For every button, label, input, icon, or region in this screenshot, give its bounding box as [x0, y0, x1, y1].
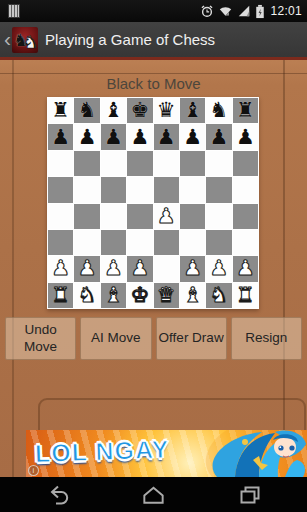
square-e7[interactable]: ♟	[154, 124, 179, 149]
white-pawn: ♟	[78, 258, 97, 279]
square-h1[interactable]: ♜	[233, 283, 258, 308]
white-knight: ♞	[78, 285, 97, 306]
black-rook: ♜	[236, 100, 255, 121]
square-e8[interactable]: ♛	[154, 98, 179, 123]
square-a6[interactable]	[48, 151, 73, 176]
square-d5[interactable]	[127, 177, 152, 202]
wifi-icon	[218, 4, 233, 18]
square-c8[interactable]: ♝	[101, 98, 126, 123]
square-f1[interactable]: ♝	[180, 283, 205, 308]
square-g7[interactable]: ♟	[206, 124, 231, 149]
ad-anime-character	[157, 430, 307, 477]
turn-indicator: Black to Move	[0, 73, 307, 94]
square-c1[interactable]: ♝	[101, 283, 126, 308]
white-bishop: ♝	[104, 285, 123, 306]
white-queen: ♛	[157, 285, 176, 306]
square-h3[interactable]	[233, 230, 258, 255]
ad-headline: LOL NGAY	[35, 435, 170, 469]
square-b5[interactable]	[74, 177, 99, 202]
ad-info-icon[interactable]: i	[28, 465, 39, 476]
square-b6[interactable]	[74, 151, 99, 176]
square-b3[interactable]	[74, 230, 99, 255]
black-knight: ♞	[210, 100, 229, 121]
nav-home-button[interactable]	[140, 483, 167, 507]
square-h7[interactable]: ♟	[233, 124, 258, 149]
square-f5[interactable]	[180, 177, 205, 202]
black-rook: ♜	[51, 100, 70, 121]
white-pawn: ♟	[51, 258, 70, 279]
resign-button[interactable]: Resign	[231, 317, 302, 360]
square-g6[interactable]	[206, 151, 231, 176]
android-nav-bar	[0, 477, 307, 512]
black-pawn: ♟	[130, 127, 149, 148]
square-g1[interactable]: ♞	[206, 283, 231, 308]
square-a4[interactable]	[48, 204, 73, 229]
alarm-icon	[200, 4, 214, 18]
square-b7[interactable]: ♟	[74, 124, 99, 149]
square-a5[interactable]	[48, 177, 73, 202]
nav-recents-button[interactable]	[236, 483, 263, 507]
nav-back-button[interactable]	[44, 483, 71, 507]
square-d6[interactable]	[127, 151, 152, 176]
white-pawn: ♟	[236, 258, 255, 279]
app-title: Playing a Game of Chess	[45, 31, 215, 48]
black-pawn: ♟	[210, 127, 229, 148]
square-d7[interactable]: ♟	[127, 124, 152, 149]
screenshot-notification-icon	[8, 4, 20, 18]
black-knight: ♞	[78, 100, 97, 121]
square-d1[interactable]: ♚	[127, 283, 152, 308]
black-king: ♚	[130, 100, 149, 121]
white-knight: ♞	[210, 285, 229, 306]
square-h2[interactable]: ♟	[233, 256, 258, 281]
square-f3[interactable]	[180, 230, 205, 255]
ai-move-button[interactable]: AI Move	[80, 317, 151, 360]
square-e1[interactable]: ♛	[154, 283, 179, 308]
square-b8[interactable]: ♞	[74, 98, 99, 123]
wood-seam	[12, 60, 14, 477]
square-d3[interactable]	[127, 230, 152, 255]
black-pawn: ♟	[157, 127, 176, 148]
square-c3[interactable]	[101, 230, 126, 255]
clock-time: 12:01	[270, 4, 302, 18]
square-g5[interactable]	[206, 177, 231, 202]
square-b2[interactable]: ♟	[74, 256, 99, 281]
white-king: ♚	[130, 285, 149, 306]
white-pawn: ♟	[183, 258, 202, 279]
status-bar: 12:01	[0, 0, 307, 22]
black-pawn: ♟	[236, 127, 255, 148]
black-pawn: ♟	[183, 127, 202, 148]
square-a2[interactable]: ♟	[48, 256, 73, 281]
black-queen: ♛	[157, 100, 176, 121]
black-bishop: ♝	[183, 100, 202, 121]
square-h5[interactable]	[233, 177, 258, 202]
square-g8[interactable]: ♞	[206, 98, 231, 123]
square-d8[interactable]: ♚	[127, 98, 152, 123]
chess-board[interactable]: ♜♞♝♚♛♝♞♜♟♟♟♟♟♟♟♟♟♟♟♟♟♟♟♟♜♞♝♚♛♝♞♜	[47, 97, 259, 309]
square-f4[interactable]	[180, 204, 205, 229]
square-a8[interactable]: ♜	[48, 98, 73, 123]
white-pawn: ♟	[104, 258, 123, 279]
square-h6[interactable]	[233, 151, 258, 176]
white-bishop: ♝	[183, 285, 202, 306]
square-h4[interactable]	[233, 204, 258, 229]
back-chevron-icon[interactable]: ‹	[4, 29, 11, 49]
battery-charging-icon	[255, 4, 265, 19]
square-a3[interactable]	[48, 230, 73, 255]
ad-banner[interactable]: LOL NGAY i	[26, 430, 307, 477]
black-pawn: ♟	[51, 127, 70, 148]
white-pawn: ♟	[130, 258, 149, 279]
square-c6[interactable]	[101, 151, 126, 176]
square-g4[interactable]	[206, 204, 231, 229]
square-f7[interactable]: ♟	[180, 124, 205, 149]
action-button-row: Undo Move AI Move Offer Draw Resign	[5, 317, 302, 360]
white-pawn: ♟	[157, 206, 176, 227]
undo-move-button[interactable]: Undo Move	[5, 317, 76, 360]
square-d4[interactable]	[127, 204, 152, 229]
square-c2[interactable]: ♟	[101, 256, 126, 281]
phone-screen: 12:01 ‹ ♞ ♞ Playing a Game of Chess Blac…	[0, 0, 307, 512]
white-rook: ♜	[51, 285, 70, 306]
square-e4[interactable]: ♟	[154, 204, 179, 229]
square-c5[interactable]	[101, 177, 126, 202]
game-area: Black to Move ♜♞♝♚♛♝♞♜♟♟♟♟♟♟♟♟♟♟♟♟♟♟♟♟♜♞…	[0, 60, 307, 477]
square-e6[interactable]	[154, 151, 179, 176]
square-f2[interactable]: ♟	[180, 256, 205, 281]
square-a1[interactable]: ♜	[48, 283, 73, 308]
signal-icon	[237, 4, 251, 18]
square-h8[interactable]: ♜	[233, 98, 258, 123]
square-e5[interactable]	[154, 177, 179, 202]
white-pawn: ♟	[210, 258, 229, 279]
square-b4[interactable]	[74, 204, 99, 229]
square-g3[interactable]	[206, 230, 231, 255]
offer-draw-button[interactable]: Offer Draw	[156, 317, 227, 360]
square-e2[interactable]	[154, 256, 179, 281]
square-g2[interactable]: ♟	[206, 256, 231, 281]
black-bishop: ♝	[104, 100, 123, 121]
white-knight-logo-glyph: ♞	[23, 32, 38, 52]
square-a7[interactable]: ♟	[48, 124, 73, 149]
square-b1[interactable]: ♞	[74, 283, 99, 308]
black-pawn: ♟	[104, 127, 123, 148]
app-bar: ‹ ♞ ♞ Playing a Game of Chess	[0, 22, 307, 57]
square-f6[interactable]	[180, 151, 205, 176]
square-e3[interactable]	[154, 230, 179, 255]
white-rook: ♜	[236, 285, 255, 306]
square-d2[interactable]: ♟	[127, 256, 152, 281]
app-logo-chess-knights-icon[interactable]: ♞ ♞	[12, 27, 38, 53]
black-pawn: ♟	[78, 127, 97, 148]
square-f8[interactable]: ♝	[180, 98, 205, 123]
square-c4[interactable]	[101, 204, 126, 229]
square-c7[interactable]: ♟	[101, 124, 126, 149]
